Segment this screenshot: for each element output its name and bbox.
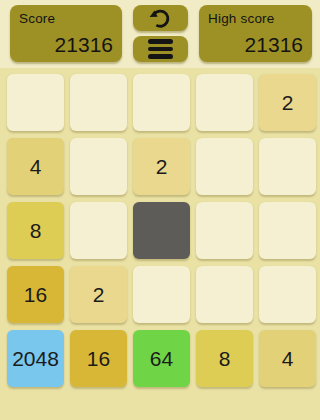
undo-button[interactable] (133, 5, 188, 31)
tile-2: 2 (70, 266, 127, 323)
empty-cell (196, 202, 253, 259)
tile-2: 2 (259, 74, 316, 131)
tile-grid: 24281622048166484 (7, 74, 316, 387)
tile-8: 8 (196, 330, 253, 387)
tile-16: 16 (7, 266, 64, 323)
score-panel: Score 21316 (10, 5, 122, 62)
header-buttons (133, 5, 188, 62)
score-label: Score (19, 11, 55, 26)
score-value: 21316 (55, 33, 113, 57)
empty-cell (196, 266, 253, 323)
empty-cell (133, 74, 190, 131)
high-score-label: High score (208, 11, 275, 26)
tile-4: 4 (259, 330, 316, 387)
high-score-panel: High score 21316 (199, 5, 312, 62)
blocker-tile (133, 202, 190, 259)
tile-2048: 2048 (7, 330, 64, 387)
empty-cell (70, 202, 127, 259)
empty-cell (133, 266, 190, 323)
tile-16: 16 (70, 330, 127, 387)
tile-2: 2 (133, 138, 190, 195)
empty-cell (259, 138, 316, 195)
tile-4: 4 (7, 138, 64, 195)
empty-cell (70, 138, 127, 195)
empty-cell (196, 74, 253, 131)
empty-cell (196, 138, 253, 195)
board[interactable]: 24281622048166484 (0, 68, 320, 420)
menu-button[interactable] (133, 36, 188, 62)
menu-icon (148, 39, 173, 59)
undo-icon (148, 6, 173, 31)
high-score-value: 21316 (245, 33, 303, 57)
tile-64: 64 (133, 330, 190, 387)
empty-cell (70, 74, 127, 131)
tile-8: 8 (7, 202, 64, 259)
empty-cell (259, 266, 316, 323)
empty-cell (259, 202, 316, 259)
game-screen: Score 21316 High score 21316 24281622048… (0, 0, 320, 420)
empty-cell (7, 74, 64, 131)
